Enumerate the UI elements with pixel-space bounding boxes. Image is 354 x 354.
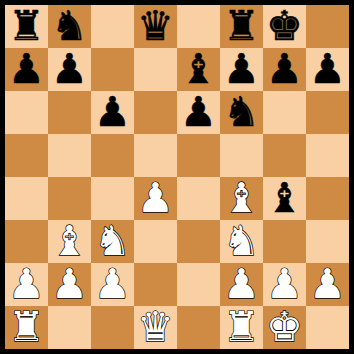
piece-white-pawn: ♟ <box>8 263 45 306</box>
chess-board: ♜♞♛♜♚♟♟♝♟♟♟♟♟♞♟♝♝♝♞♞♟♟♟♟♟♟♜♛♜♚ <box>5 5 349 349</box>
square-c2[interactable]: ♟ <box>91 263 134 306</box>
square-g3[interactable] <box>263 220 306 263</box>
square-d4[interactable]: ♟ <box>134 177 177 220</box>
square-c1[interactable] <box>91 306 134 349</box>
square-a4[interactable] <box>5 177 48 220</box>
square-d3[interactable] <box>134 220 177 263</box>
square-e6[interactable]: ♟ <box>177 91 220 134</box>
piece-black-bishop: ♝ <box>266 177 303 220</box>
piece-black-knight: ♞ <box>51 5 88 48</box>
square-a5[interactable] <box>5 134 48 177</box>
square-d6[interactable] <box>134 91 177 134</box>
square-c8[interactable] <box>91 5 134 48</box>
square-c5[interactable] <box>91 134 134 177</box>
square-h7[interactable]: ♟ <box>306 48 349 91</box>
square-b1[interactable] <box>48 306 91 349</box>
piece-white-bishop: ♝ <box>223 177 260 220</box>
chess-board-frame: ♜♞♛♜♚♟♟♝♟♟♟♟♟♞♟♝♝♝♞♞♟♟♟♟♟♟♜♛♜♚ <box>0 0 354 354</box>
square-h2[interactable]: ♟ <box>306 263 349 306</box>
piece-black-pawn: ♟ <box>223 48 260 91</box>
piece-white-queen: ♛ <box>137 306 174 349</box>
square-b7[interactable]: ♟ <box>48 48 91 91</box>
piece-white-knight: ♞ <box>223 220 260 263</box>
piece-white-pawn: ♟ <box>266 263 303 306</box>
piece-white-king: ♚ <box>266 306 303 349</box>
piece-black-king: ♚ <box>266 5 303 48</box>
square-f2[interactable]: ♟ <box>220 263 263 306</box>
square-a7[interactable]: ♟ <box>5 48 48 91</box>
square-d5[interactable] <box>134 134 177 177</box>
square-f8[interactable]: ♜ <box>220 5 263 48</box>
piece-white-pawn: ♟ <box>223 263 260 306</box>
square-h8[interactable] <box>306 5 349 48</box>
piece-black-rook: ♜ <box>8 5 45 48</box>
square-f4[interactable]: ♝ <box>220 177 263 220</box>
square-g5[interactable] <box>263 134 306 177</box>
square-e4[interactable] <box>177 177 220 220</box>
square-a1[interactable]: ♜ <box>5 306 48 349</box>
square-e5[interactable] <box>177 134 220 177</box>
piece-black-pawn: ♟ <box>94 91 131 134</box>
square-h1[interactable] <box>306 306 349 349</box>
piece-white-pawn: ♟ <box>309 263 346 306</box>
piece-black-pawn: ♟ <box>51 48 88 91</box>
piece-black-bishop: ♝ <box>180 48 217 91</box>
square-e8[interactable] <box>177 5 220 48</box>
square-c7[interactable] <box>91 48 134 91</box>
square-f7[interactable]: ♟ <box>220 48 263 91</box>
square-d2[interactable] <box>134 263 177 306</box>
square-d1[interactable]: ♛ <box>134 306 177 349</box>
square-g6[interactable] <box>263 91 306 134</box>
square-e1[interactable] <box>177 306 220 349</box>
piece-black-pawn: ♟ <box>8 48 45 91</box>
square-f6[interactable]: ♞ <box>220 91 263 134</box>
square-h5[interactable] <box>306 134 349 177</box>
square-f5[interactable] <box>220 134 263 177</box>
square-g7[interactable]: ♟ <box>263 48 306 91</box>
square-h4[interactable] <box>306 177 349 220</box>
piece-white-pawn: ♟ <box>137 177 174 220</box>
square-e2[interactable] <box>177 263 220 306</box>
square-g4[interactable]: ♝ <box>263 177 306 220</box>
square-b8[interactable]: ♞ <box>48 5 91 48</box>
square-a6[interactable] <box>5 91 48 134</box>
square-b3[interactable]: ♝ <box>48 220 91 263</box>
piece-white-knight: ♞ <box>94 220 131 263</box>
piece-white-rook: ♜ <box>8 306 45 349</box>
square-b2[interactable]: ♟ <box>48 263 91 306</box>
piece-white-bishop: ♝ <box>51 220 88 263</box>
square-c6[interactable]: ♟ <box>91 91 134 134</box>
square-g2[interactable]: ♟ <box>263 263 306 306</box>
square-a3[interactable] <box>5 220 48 263</box>
square-h3[interactable] <box>306 220 349 263</box>
square-b6[interactable] <box>48 91 91 134</box>
square-h6[interactable] <box>306 91 349 134</box>
piece-black-pawn: ♟ <box>266 48 303 91</box>
square-f3[interactable]: ♞ <box>220 220 263 263</box>
square-d7[interactable] <box>134 48 177 91</box>
square-g1[interactable]: ♚ <box>263 306 306 349</box>
square-c3[interactable]: ♞ <box>91 220 134 263</box>
square-c4[interactable] <box>91 177 134 220</box>
piece-black-rook: ♜ <box>223 5 260 48</box>
piece-black-pawn: ♟ <box>309 48 346 91</box>
piece-white-pawn: ♟ <box>51 263 88 306</box>
square-a2[interactable]: ♟ <box>5 263 48 306</box>
piece-black-knight: ♞ <box>223 91 260 134</box>
piece-white-rook: ♜ <box>223 306 260 349</box>
piece-white-pawn: ♟ <box>94 263 131 306</box>
piece-black-pawn: ♟ <box>180 91 217 134</box>
square-e3[interactable] <box>177 220 220 263</box>
square-b4[interactable] <box>48 177 91 220</box>
square-b5[interactable] <box>48 134 91 177</box>
square-f1[interactable]: ♜ <box>220 306 263 349</box>
square-d8[interactable]: ♛ <box>134 5 177 48</box>
square-e7[interactable]: ♝ <box>177 48 220 91</box>
square-a8[interactable]: ♜ <box>5 5 48 48</box>
square-g8[interactable]: ♚ <box>263 5 306 48</box>
piece-black-queen: ♛ <box>137 5 174 48</box>
